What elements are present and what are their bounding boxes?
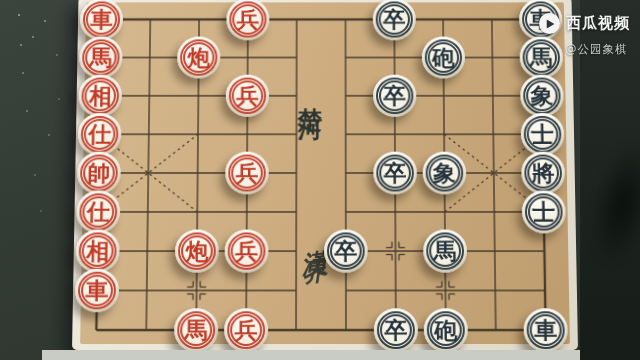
ground-debris [18, 14, 20, 16]
piece-red-馬[interactable]: 馬 [79, 37, 123, 79]
piece-black-士[interactable]: 士 [521, 113, 565, 155]
watermark-brand: 西瓜视频 [566, 14, 630, 33]
piece-red-仕[interactable]: 仕 [78, 113, 122, 155]
piece-red-仕[interactable]: 仕 [76, 190, 120, 233]
piece-red-相[interactable]: 相 [78, 75, 122, 117]
piece-character: 馬 [174, 308, 218, 352]
table-edge [42, 350, 640, 360]
piece-black-車[interactable]: 車 [523, 308, 568, 352]
piece-character: 卒 [373, 75, 416, 117]
play-icon: ▶ [539, 13, 560, 34]
piece-black-象[interactable]: 象 [520, 75, 564, 117]
piece-character: 車 [75, 269, 120, 312]
piece-character: 士 [521, 113, 565, 155]
piece-black-卒[interactable]: 卒 [324, 230, 368, 273]
piece-character: 帥 [77, 152, 121, 195]
piece-red-炮[interactable]: 炮 [175, 230, 219, 273]
piece-character: 卒 [373, 0, 416, 40]
piece-character: 相 [78, 75, 122, 117]
piece-character: 仕 [78, 113, 122, 155]
xiangqi-board[interactable]: 楚河 漢界 車馬相仕帥仕相車炮炮馬兵兵兵兵兵車馬象士將士車砲象馬砲卒卒卒卒卒 [72, 0, 578, 350]
piece-character: 卒 [324, 230, 368, 273]
piece-character: 兵 [226, 75, 269, 117]
piece-character: 車 [80, 0, 124, 40]
piece-character: 兵 [225, 230, 269, 273]
piece-black-砲[interactable]: 砲 [422, 37, 465, 79]
piece-character: 炮 [175, 230, 219, 273]
piece-red-兵[interactable]: 兵 [226, 0, 269, 40]
piece-character: 兵 [224, 308, 268, 352]
photo-canvas: 楚河 漢界 車馬相仕帥仕相車炮炮馬兵兵兵兵兵車馬象士將士車砲象馬砲卒卒卒卒卒 ▶… [0, 0, 640, 360]
piece-red-兵[interactable]: 兵 [224, 308, 268, 352]
piece-black-卒[interactable]: 卒 [373, 75, 416, 117]
piece-red-帥[interactable]: 帥 [77, 152, 121, 195]
piece-black-將[interactable]: 將 [521, 152, 565, 195]
piece-red-兵[interactable]: 兵 [225, 230, 269, 273]
piece-character: 砲 [424, 308, 468, 352]
river-text-chuhe: 楚河 [294, 50, 324, 146]
piece-character: 象 [423, 152, 467, 195]
piece-black-馬[interactable]: 馬 [423, 230, 467, 273]
piece-black-卒[interactable]: 卒 [374, 308, 418, 352]
piece-black-砲[interactable]: 砲 [424, 308, 468, 352]
piece-red-馬[interactable]: 馬 [174, 308, 218, 352]
watermark-account: @公园象棋 [565, 42, 628, 57]
piece-black-卒[interactable]: 卒 [373, 152, 417, 195]
board-grid [72, 0, 578, 350]
piece-character: 卒 [373, 152, 417, 195]
piece-character: 兵 [226, 0, 269, 40]
piece-character: 馬 [423, 230, 467, 273]
piece-red-兵[interactable]: 兵 [225, 152, 269, 195]
piece-character: 馬 [79, 37, 123, 79]
piece-character: 卒 [374, 308, 418, 352]
piece-character: 相 [75, 230, 119, 273]
piece-character: 將 [521, 152, 565, 195]
piece-black-士[interactable]: 士 [522, 190, 566, 233]
piece-red-車[interactable]: 車 [80, 0, 124, 40]
piece-red-炮[interactable]: 炮 [177, 37, 220, 79]
piece-character: 炮 [177, 37, 220, 79]
piece-black-象[interactable]: 象 [423, 152, 467, 195]
piece-red-兵[interactable]: 兵 [226, 75, 269, 117]
piece-character: 仕 [76, 190, 120, 233]
piece-character: 士 [522, 190, 566, 233]
piece-red-相[interactable]: 相 [75, 230, 119, 273]
piece-black-卒[interactable]: 卒 [373, 0, 416, 40]
piece-character: 砲 [422, 37, 465, 79]
piece-character: 兵 [225, 152, 269, 195]
piece-character: 車 [523, 308, 568, 352]
piece-character: 象 [520, 75, 564, 117]
piece-red-車[interactable]: 車 [75, 269, 120, 312]
watermark: ▶ 西瓜视频 @公园象棋 [539, 13, 630, 57]
